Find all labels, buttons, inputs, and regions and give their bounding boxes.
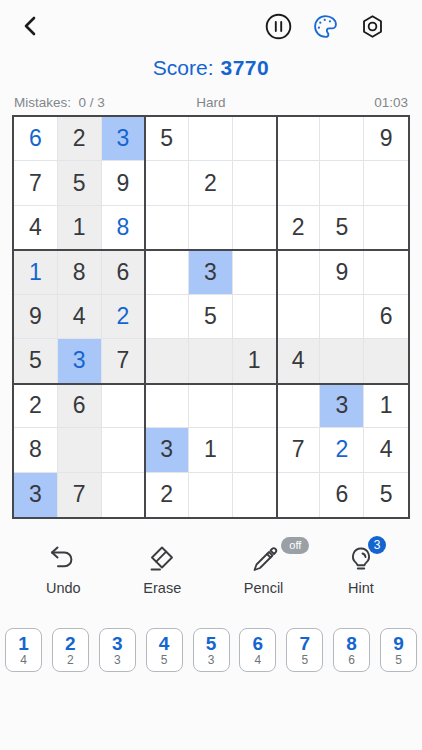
cell-r1c7[interactable]	[277, 117, 321, 161]
cell-r7c9[interactable]: 1	[364, 384, 408, 428]
cell-r9c2[interactable]: 7	[58, 473, 102, 517]
cell-r9c1[interactable]: 3	[14, 473, 58, 517]
cell-r3c1[interactable]: 4	[14, 206, 58, 250]
numpad-digit: 5	[206, 634, 217, 654]
cell-r3c7[interactable]: 2	[277, 206, 321, 250]
undo-icon	[48, 545, 78, 573]
cell-r5c5[interactable]: 5	[189, 295, 233, 339]
cell-r6c7[interactable]: 4	[277, 339, 321, 383]
numpad-button-3[interactable]: 33	[99, 628, 136, 672]
cell-r5c7[interactable]	[277, 295, 321, 339]
cell-r2c6[interactable]	[233, 161, 277, 205]
cell-r2c2[interactable]: 5	[58, 161, 102, 205]
timer: 01:03	[277, 94, 408, 111]
numpad-digit: 4	[159, 634, 170, 654]
cell-r4c6[interactable]	[233, 250, 277, 294]
cell-r7c8[interactable]: 3	[320, 384, 364, 428]
numpad-button-8[interactable]: 86	[333, 628, 370, 672]
pencil-button[interactable]: off Pencil	[244, 545, 284, 596]
cell-r2c4[interactable]	[145, 161, 189, 205]
cell-r8c6[interactable]	[233, 428, 277, 472]
cell-r9c8[interactable]: 6	[320, 473, 364, 517]
cell-r5c1[interactable]: 9	[14, 295, 58, 339]
sudoku-board: 6235975924182518639942565371426318317243…	[12, 115, 410, 519]
cell-r4c2[interactable]: 8	[58, 250, 102, 294]
cell-r1c6[interactable]	[233, 117, 277, 161]
cell-r7c4[interactable]	[145, 384, 189, 428]
numpad-remaining-count: 5	[395, 654, 402, 667]
numpad-remaining-count: 2	[67, 654, 74, 667]
cell-r5c3[interactable]: 2	[102, 295, 146, 339]
cell-r6c3[interactable]: 7	[102, 339, 146, 383]
cell-r9c4[interactable]: 2	[145, 473, 189, 517]
pencil-icon	[249, 545, 279, 573]
theme-button[interactable]	[312, 13, 339, 40]
cell-r3c8[interactable]: 5	[320, 206, 364, 250]
hint-count-badge: 3	[368, 536, 386, 554]
cell-r6c9[interactable]	[364, 339, 408, 383]
box-divider-horizontal-2	[14, 383, 408, 385]
score-value: 3770	[220, 56, 269, 79]
pencil-off-badge: off	[281, 537, 309, 554]
cell-r5c4[interactable]	[145, 295, 189, 339]
cell-r1c1[interactable]: 6	[14, 117, 58, 161]
numpad-digit: 8	[346, 634, 357, 654]
numpad-remaining-count: 3	[114, 654, 121, 667]
cell-r1c5[interactable]	[189, 117, 233, 161]
numpad-button-1[interactable]: 14	[5, 628, 42, 672]
cell-r2c8[interactable]	[320, 161, 364, 205]
numpad-remaining-count: 5	[301, 654, 308, 667]
box-divider-vertical-1	[144, 117, 146, 517]
hint-label: Hint	[348, 580, 374, 596]
cell-r2c5[interactable]: 2	[189, 161, 233, 205]
cell-r1c8[interactable]	[320, 117, 364, 161]
numpad-digit: 3	[112, 634, 123, 654]
score-label: Score:	[153, 56, 214, 79]
score-row: Score:3770	[0, 55, 422, 81]
cell-r7c2[interactable]: 6	[58, 384, 102, 428]
cell-r3c5[interactable]	[189, 206, 233, 250]
mistakes-value: 0 / 3	[79, 95, 105, 110]
cell-r8c3[interactable]	[102, 428, 146, 472]
back-chevron-icon	[20, 15, 42, 37]
pause-icon	[265, 13, 292, 40]
pencil-label: Pencil	[244, 580, 284, 596]
cell-r1c3[interactable]: 3	[102, 117, 146, 161]
cell-r9c6[interactable]	[233, 473, 277, 517]
cell-r1c4[interactable]: 5	[145, 117, 189, 161]
cell-r2c7[interactable]	[277, 161, 321, 205]
numpad-remaining-count: 4	[20, 654, 27, 667]
cell-r5c8[interactable]	[320, 295, 364, 339]
cell-r4c4[interactable]	[145, 250, 189, 294]
numpad-button-5[interactable]: 53	[193, 628, 230, 672]
cell-r8c9[interactable]: 4	[364, 428, 408, 472]
cell-r6c4[interactable]	[145, 339, 189, 383]
eraser-icon	[147, 545, 177, 573]
undo-button[interactable]: Undo	[46, 545, 81, 596]
erase-label: Erase	[143, 580, 181, 596]
numpad-button-9[interactable]: 95	[380, 628, 417, 672]
numpad-digit: 1	[18, 634, 29, 654]
cell-r6c5[interactable]	[189, 339, 233, 383]
cell-r7c6[interactable]	[233, 384, 277, 428]
cell-r5c6[interactable]	[233, 295, 277, 339]
cell-r3c3[interactable]: 8	[102, 206, 146, 250]
numpad: 142233455364758695	[0, 628, 422, 672]
mistakes-status: Mistakes: 0 / 3	[14, 94, 145, 111]
numpad-digit: 9	[393, 634, 404, 654]
cell-r7c7[interactable]	[277, 384, 321, 428]
undo-label: Undo	[46, 580, 81, 596]
cell-r6c2[interactable]: 3	[58, 339, 102, 383]
numpad-button-4[interactable]: 45	[146, 628, 183, 672]
toolbar: Undo Erase off Pencil 3	[0, 545, 422, 596]
cell-r1c9[interactable]: 9	[364, 117, 408, 161]
numpad-button-6[interactable]: 64	[239, 628, 276, 672]
cell-r9c5[interactable]	[189, 473, 233, 517]
cell-r6c1[interactable]: 5	[14, 339, 58, 383]
back-button[interactable]	[20, 15, 42, 37]
numpad-remaining-count: 4	[255, 654, 262, 667]
box-divider-vertical-2	[276, 117, 278, 517]
cell-r3c6[interactable]	[233, 206, 277, 250]
cell-r8c2[interactable]	[58, 428, 102, 472]
cell-r9c9[interactable]: 5	[364, 473, 408, 517]
cell-r7c3[interactable]	[102, 384, 146, 428]
erase-button[interactable]: Erase	[143, 545, 181, 596]
cell-r2c3[interactable]: 9	[102, 161, 146, 205]
cell-r4c8[interactable]: 9	[320, 250, 364, 294]
numpad-button-2[interactable]: 22	[52, 628, 89, 672]
difficulty-label: Hard	[145, 94, 276, 111]
numpad-button-7[interactable]: 75	[286, 628, 323, 672]
pause-button[interactable]	[265, 13, 292, 40]
cell-r2c1[interactable]: 7	[14, 161, 58, 205]
cell-r7c5[interactable]	[189, 384, 233, 428]
gear-icon	[359, 13, 386, 40]
cell-r8c1[interactable]: 8	[14, 428, 58, 472]
numpad-digit: 7	[299, 634, 310, 654]
numpad-remaining-count: 5	[161, 654, 168, 667]
cell-r4c5[interactable]: 3	[189, 250, 233, 294]
cell-r8c7[interactable]: 7	[277, 428, 321, 472]
cell-r4c1[interactable]: 1	[14, 250, 58, 294]
palette-icon	[312, 13, 339, 40]
cell-r5c9[interactable]: 6	[364, 295, 408, 339]
cell-r9c3[interactable]	[102, 473, 146, 517]
numpad-remaining-count: 3	[208, 654, 215, 667]
cell-r4c7[interactable]	[277, 250, 321, 294]
cell-r5c2[interactable]: 4	[58, 295, 102, 339]
cell-r4c3[interactable]: 6	[102, 250, 146, 294]
cell-r1c2[interactable]: 2	[58, 117, 102, 161]
settings-button[interactable]	[359, 13, 386, 40]
numpad-digit: 6	[253, 634, 264, 654]
cell-r8c4[interactable]: 3	[145, 428, 189, 472]
cell-r3c4[interactable]	[145, 206, 189, 250]
cell-r6c6[interactable]: 1	[233, 339, 277, 383]
cell-r9c7[interactable]	[277, 473, 321, 517]
status-row: Mistakes: 0 / 3 Hard 01:03	[0, 94, 422, 111]
top-bar	[0, 0, 422, 52]
cell-r3c2[interactable]: 1	[58, 206, 102, 250]
cell-r8c5[interactable]: 1	[189, 428, 233, 472]
numpad-remaining-count: 6	[348, 654, 355, 667]
hint-button[interactable]: 3 Hint	[346, 545, 376, 596]
box-divider-horizontal-1	[14, 249, 408, 251]
cell-r6c8[interactable]	[320, 339, 364, 383]
cell-r8c8[interactable]: 2	[320, 428, 364, 472]
numpad-digit: 2	[65, 634, 76, 654]
cell-r4c9[interactable]	[364, 250, 408, 294]
cell-r7c1[interactable]: 2	[14, 384, 58, 428]
cell-r3c9[interactable]	[364, 206, 408, 250]
cell-r2c9[interactable]	[364, 161, 408, 205]
